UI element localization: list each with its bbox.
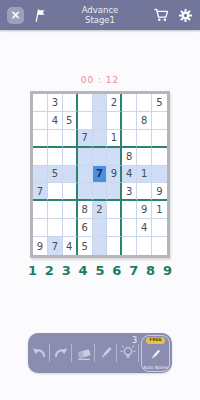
sudoku-cell-r9c2[interactable]: 7 — [48, 237, 63, 255]
close-button[interactable]: × — [7, 7, 24, 24]
numpad-4[interactable]: 4 — [79, 263, 88, 278]
hint-button[interactable]: 3 — [117, 333, 139, 373]
sudoku-cell-r6c8[interactable] — [137, 183, 152, 201]
sudoku-cell-r6c4[interactable] — [78, 183, 93, 201]
sudoku-cell-r8c5[interactable] — [93, 219, 108, 237]
flag-button[interactable] — [32, 8, 47, 23]
sudoku-cell-r5c8[interactable]: 1 — [137, 166, 152, 184]
sudoku-cell-r6c5[interactable] — [93, 183, 108, 201]
sudoku-cell-r7c4[interactable]: 8 — [78, 201, 93, 219]
sudoku-cell-r9c4[interactable]: 5 — [78, 237, 93, 255]
sudoku-cell-r5c3[interactable] — [63, 166, 78, 184]
sudoku-cell-r8c6[interactable] — [107, 219, 122, 237]
sudoku-cell-r5c1[interactable] — [33, 166, 48, 184]
redo-icon — [52, 344, 70, 362]
settings-gear-icon — [178, 8, 193, 23]
numpad-3[interactable]: 3 — [62, 263, 71, 278]
sudoku-cell-r2c2[interactable]: 4 — [48, 112, 63, 130]
sudoku-cell-r1c7[interactable] — [122, 94, 137, 112]
sudoku-cell-r3c8[interactable] — [137, 130, 152, 148]
sudoku-cell-r7c3[interactable] — [63, 201, 78, 219]
title-line2: Stage1 — [55, 15, 145, 25]
sudoku-cell-r2c4[interactable] — [78, 112, 93, 130]
sudoku-cell-r7c5[interactable]: 2 — [93, 201, 108, 219]
sudoku-cell-r4c1[interactable] — [33, 148, 48, 166]
sudoku-cell-r6c6[interactable] — [107, 183, 122, 201]
shop-button[interactable] — [153, 7, 170, 23]
sudoku-cell-r8c7[interactable] — [122, 219, 137, 237]
sudoku-cell-r7c6[interactable] — [107, 201, 122, 219]
sudoku-cell-r8c3[interactable] — [63, 219, 78, 237]
sudoku-cell-r2c7[interactable] — [122, 112, 137, 130]
sudoku-cell-r9c7[interactable] — [122, 237, 137, 255]
settings-button[interactable] — [178, 8, 193, 23]
sudoku-cell-r4c5[interactable] — [93, 148, 108, 166]
sudoku-cell-r4c6[interactable] — [107, 148, 122, 166]
sudoku-cell-r9c8[interactable] — [137, 237, 152, 255]
sudoku-cell-r5c5[interactable]: 7 — [93, 166, 108, 184]
sudoku-cell-r1c3[interactable] — [63, 94, 78, 112]
sudoku-cell-r7c8[interactable]: 9 — [137, 201, 152, 219]
sudoku-cell-r8c1[interactable] — [33, 219, 48, 237]
lightbulb-icon — [119, 344, 137, 362]
auto-notes-label: Auto Notes — [143, 365, 168, 370]
sudoku-cell-r9c3[interactable]: 4 — [63, 237, 78, 255]
sudoku-cell-r2c5[interactable] — [93, 112, 108, 130]
sudoku-cell-r1c2[interactable]: 3 — [48, 94, 63, 112]
numpad-6[interactable]: 6 — [112, 263, 121, 278]
sudoku-cell-r1c4[interactable] — [78, 94, 93, 112]
redo-button[interactable] — [50, 333, 72, 373]
sudoku-cell-r5c9[interactable] — [152, 166, 167, 184]
sudoku-cell-r2c1[interactable] — [33, 112, 48, 130]
sudoku-cell-r4c3[interactable] — [63, 148, 78, 166]
sudoku-cell-r3c5[interactable] — [93, 130, 108, 148]
sudoku-cell-r5c2[interactable]: 5 — [48, 166, 63, 184]
numpad-1[interactable]: 1 — [28, 263, 37, 278]
sudoku-cell-r8c9[interactable] — [152, 219, 167, 237]
sudoku-cell-r2c9[interactable] — [152, 112, 167, 130]
sudoku-cell-r7c7[interactable] — [122, 201, 137, 219]
sudoku-cell-r1c6[interactable]: 2 — [107, 94, 122, 112]
flag-icon — [32, 8, 47, 23]
pencil-icon — [97, 344, 115, 362]
numpad-9[interactable]: 9 — [163, 263, 172, 278]
sudoku-cell-r4c9[interactable] — [152, 148, 167, 166]
auto-notes-button[interactable]: FREE Auto Notes — [141, 335, 171, 372]
sudoku-cell-r4c8[interactable] — [137, 148, 152, 166]
sudoku-cell-r6c2[interactable] — [48, 183, 63, 201]
sudoku-cell-r3c1[interactable] — [33, 130, 48, 148]
sudoku-cell-r4c2[interactable] — [48, 148, 63, 166]
sudoku-cell-r2c6[interactable] — [107, 112, 122, 130]
numpad-5[interactable]: 5 — [95, 263, 104, 278]
eraser-icon — [75, 344, 93, 362]
sudoku-cell-r6c9[interactable]: 9 — [152, 183, 167, 201]
numpad-2[interactable]: 2 — [45, 263, 54, 278]
sudoku-cell-r9c9[interactable] — [152, 237, 167, 255]
app-screen: × Advance Stage1 — [0, 0, 200, 400]
sudoku-cell-r9c1[interactable]: 9 — [33, 237, 48, 255]
sudoku-cell-r3c7[interactable] — [122, 130, 137, 148]
numpad-8[interactable]: 8 — [146, 263, 155, 278]
sudoku-cell-r6c7[interactable]: 3 — [122, 183, 137, 201]
sudoku-cell-r1c9[interactable]: 5 — [152, 94, 167, 112]
sudoku-cell-r5c7[interactable]: 4 — [122, 166, 137, 184]
erase-button[interactable] — [72, 333, 94, 373]
sudoku-cell-r7c9[interactable]: 1 — [152, 201, 167, 219]
undo-button[interactable] — [28, 333, 50, 373]
sudoku-cell-r9c6[interactable] — [107, 237, 122, 255]
sudoku-board: 325458718579417398291649745 — [30, 91, 170, 258]
pencil-button[interactable] — [95, 333, 117, 373]
sudoku-cell-r1c8[interactable] — [137, 94, 152, 112]
sudoku-cell-r3c6[interactable]: 1 — [107, 130, 122, 148]
page-title: Advance Stage1 — [55, 5, 145, 25]
sudoku-cell-r9c5[interactable] — [93, 237, 108, 255]
sudoku-cell-r6c3[interactable] — [63, 183, 78, 201]
toolbar: 3 FREE Auto Notes — [28, 333, 172, 373]
sudoku-cell-r4c4[interactable] — [78, 148, 93, 166]
sudoku-cell-r8c8[interactable]: 4 — [137, 219, 152, 237]
sudoku-cell-r2c8[interactable]: 8 — [137, 112, 152, 130]
sudoku-cell-r6c1[interactable]: 7 — [33, 183, 48, 201]
sudoku-cell-r8c2[interactable] — [48, 219, 63, 237]
sudoku-cell-r5c4[interactable] — [78, 166, 93, 184]
sudoku-cell-r7c2[interactable] — [48, 201, 63, 219]
hint-count-badge: 3 — [132, 336, 137, 345]
sudoku-cell-r3c2[interactable] — [48, 130, 63, 148]
timer: 00 : 12 — [0, 75, 200, 85]
close-icon: × — [10, 9, 20, 21]
cart-icon — [153, 7, 170, 23]
number-pad: 123456789 — [28, 263, 172, 278]
sudoku-cell-r1c5[interactable] — [93, 94, 108, 112]
numpad-7[interactable]: 7 — [129, 263, 138, 278]
free-badge: FREE — [146, 337, 165, 344]
sudoku-cell-r8c4[interactable]: 6 — [78, 219, 93, 237]
undo-icon — [30, 344, 48, 362]
sudoku-cell-r4c7[interactable]: 8 — [122, 148, 137, 166]
sudoku-cell-r3c4[interactable]: 7 — [78, 130, 93, 148]
sudoku-cell-r3c9[interactable] — [152, 130, 167, 148]
sudoku-cell-r3c3[interactable] — [63, 130, 78, 148]
sudoku-cell-r1c1[interactable] — [33, 94, 48, 112]
sudoku-cell-r2c3[interactable]: 5 — [63, 112, 78, 130]
header: × Advance Stage1 — [0, 0, 200, 30]
auto-notes-pencil-icon — [148, 347, 163, 362]
sudoku-cell-r5c6[interactable]: 9 — [107, 166, 122, 184]
sudoku-cell-r7c1[interactable] — [33, 201, 48, 219]
title-line1: Advance — [55, 5, 145, 15]
